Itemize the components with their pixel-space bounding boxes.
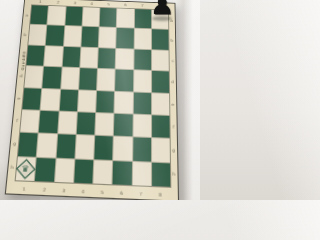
maker-logo-icon: ♛ (16, 159, 35, 179)
square[interactable] (59, 89, 78, 111)
square[interactable] (41, 88, 60, 110)
coord-label: c (171, 59, 173, 63)
square[interactable] (82, 7, 99, 26)
coord-label: 5 (107, 2, 110, 6)
square[interactable] (99, 28, 116, 48)
square[interactable] (22, 88, 41, 110)
square[interactable] (117, 8, 134, 27)
square[interactable] (114, 114, 132, 137)
square[interactable] (94, 136, 113, 160)
square[interactable] (78, 90, 96, 112)
coord-label: 2 (56, 0, 59, 4)
coord-label: 7 (140, 192, 143, 197)
coord-label: 4 (81, 189, 84, 194)
square[interactable] (133, 114, 151, 137)
coord-label: 1 (39, 0, 42, 4)
coord-label: 4 (90, 2, 93, 6)
square[interactable] (113, 161, 132, 185)
square[interactable] (152, 115, 170, 138)
square[interactable] (28, 25, 46, 45)
coord-label: 8 (159, 192, 162, 197)
board-grid: ♛ (16, 5, 171, 186)
square[interactable] (133, 138, 151, 162)
square[interactable] (113, 137, 131, 161)
coord-label: e (172, 102, 175, 106)
square[interactable] (96, 91, 114, 113)
coord-label: 3 (73, 1, 76, 5)
square[interactable] (65, 7, 82, 26)
square[interactable] (18, 133, 38, 156)
square[interactable] (20, 110, 39, 133)
coord-label: 2 (42, 187, 45, 192)
square[interactable]: ♛ (16, 157, 36, 181)
coord-label: b (24, 33, 27, 37)
square[interactable] (116, 49, 133, 70)
square[interactable] (134, 70, 151, 91)
coord-label: 5 (101, 190, 104, 195)
square[interactable] (43, 67, 62, 88)
square[interactable] (54, 158, 74, 182)
coord-label: e (18, 96, 21, 100)
coord-label: 7 (141, 4, 144, 8)
square[interactable] (100, 8, 117, 27)
coord-label: 1 (23, 187, 26, 192)
coord-label: a (26, 13, 29, 17)
coord-label: f (173, 125, 175, 129)
square[interactable] (115, 70, 133, 91)
cloth-fold-right (176, 0, 200, 200)
square[interactable] (24, 66, 43, 87)
coord-label: d (20, 74, 23, 78)
square[interactable] (152, 71, 169, 92)
coord-label: g (173, 148, 176, 153)
coord-label: d (172, 80, 175, 84)
square[interactable] (74, 159, 93, 183)
coord-label: f (16, 118, 18, 122)
coord-label: h (11, 165, 14, 170)
square[interactable] (152, 50, 169, 71)
square[interactable] (58, 111, 77, 134)
coord-label: h (173, 172, 176, 177)
coord-label: g (13, 141, 16, 146)
square[interactable] (152, 138, 170, 162)
square[interactable] (132, 162, 150, 186)
coord-label: 6 (124, 3, 127, 7)
square[interactable] (75, 135, 94, 159)
square[interactable] (93, 160, 112, 184)
square[interactable] (46, 26, 64, 46)
square[interactable] (30, 5, 48, 24)
square[interactable] (152, 30, 169, 50)
square[interactable] (61, 68, 79, 89)
black-pawn[interactable]: ♟ (149, 0, 175, 20)
square[interactable] (26, 45, 44, 66)
chessboard: ♛ 12345678 12345678 abcdefgh abcdefgh Ga… (5, 0, 179, 200)
square[interactable] (95, 113, 113, 136)
square[interactable] (115, 91, 133, 113)
coord-label: b (171, 38, 174, 42)
square[interactable] (133, 92, 151, 114)
coord-label: 3 (62, 188, 65, 193)
square[interactable] (152, 162, 170, 186)
square[interactable] (56, 134, 75, 157)
square[interactable] (39, 111, 58, 134)
coord-label: 6 (120, 191, 123, 196)
square[interactable] (76, 112, 95, 135)
board-border: ♛ 12345678 12345678 abcdefgh abcdefgh Ga… (5, 0, 179, 200)
square[interactable] (64, 26, 82, 46)
square[interactable] (44, 46, 62, 67)
square[interactable] (80, 47, 98, 68)
square[interactable] (79, 68, 97, 89)
square[interactable] (48, 6, 66, 25)
square[interactable] (152, 93, 170, 115)
square[interactable] (116, 28, 133, 48)
square[interactable] (98, 48, 115, 69)
square[interactable] (97, 69, 115, 90)
square[interactable] (35, 158, 55, 182)
square[interactable] (81, 27, 98, 47)
square[interactable] (134, 29, 151, 49)
square[interactable] (62, 47, 80, 68)
square[interactable] (134, 49, 151, 70)
square[interactable] (37, 134, 57, 157)
